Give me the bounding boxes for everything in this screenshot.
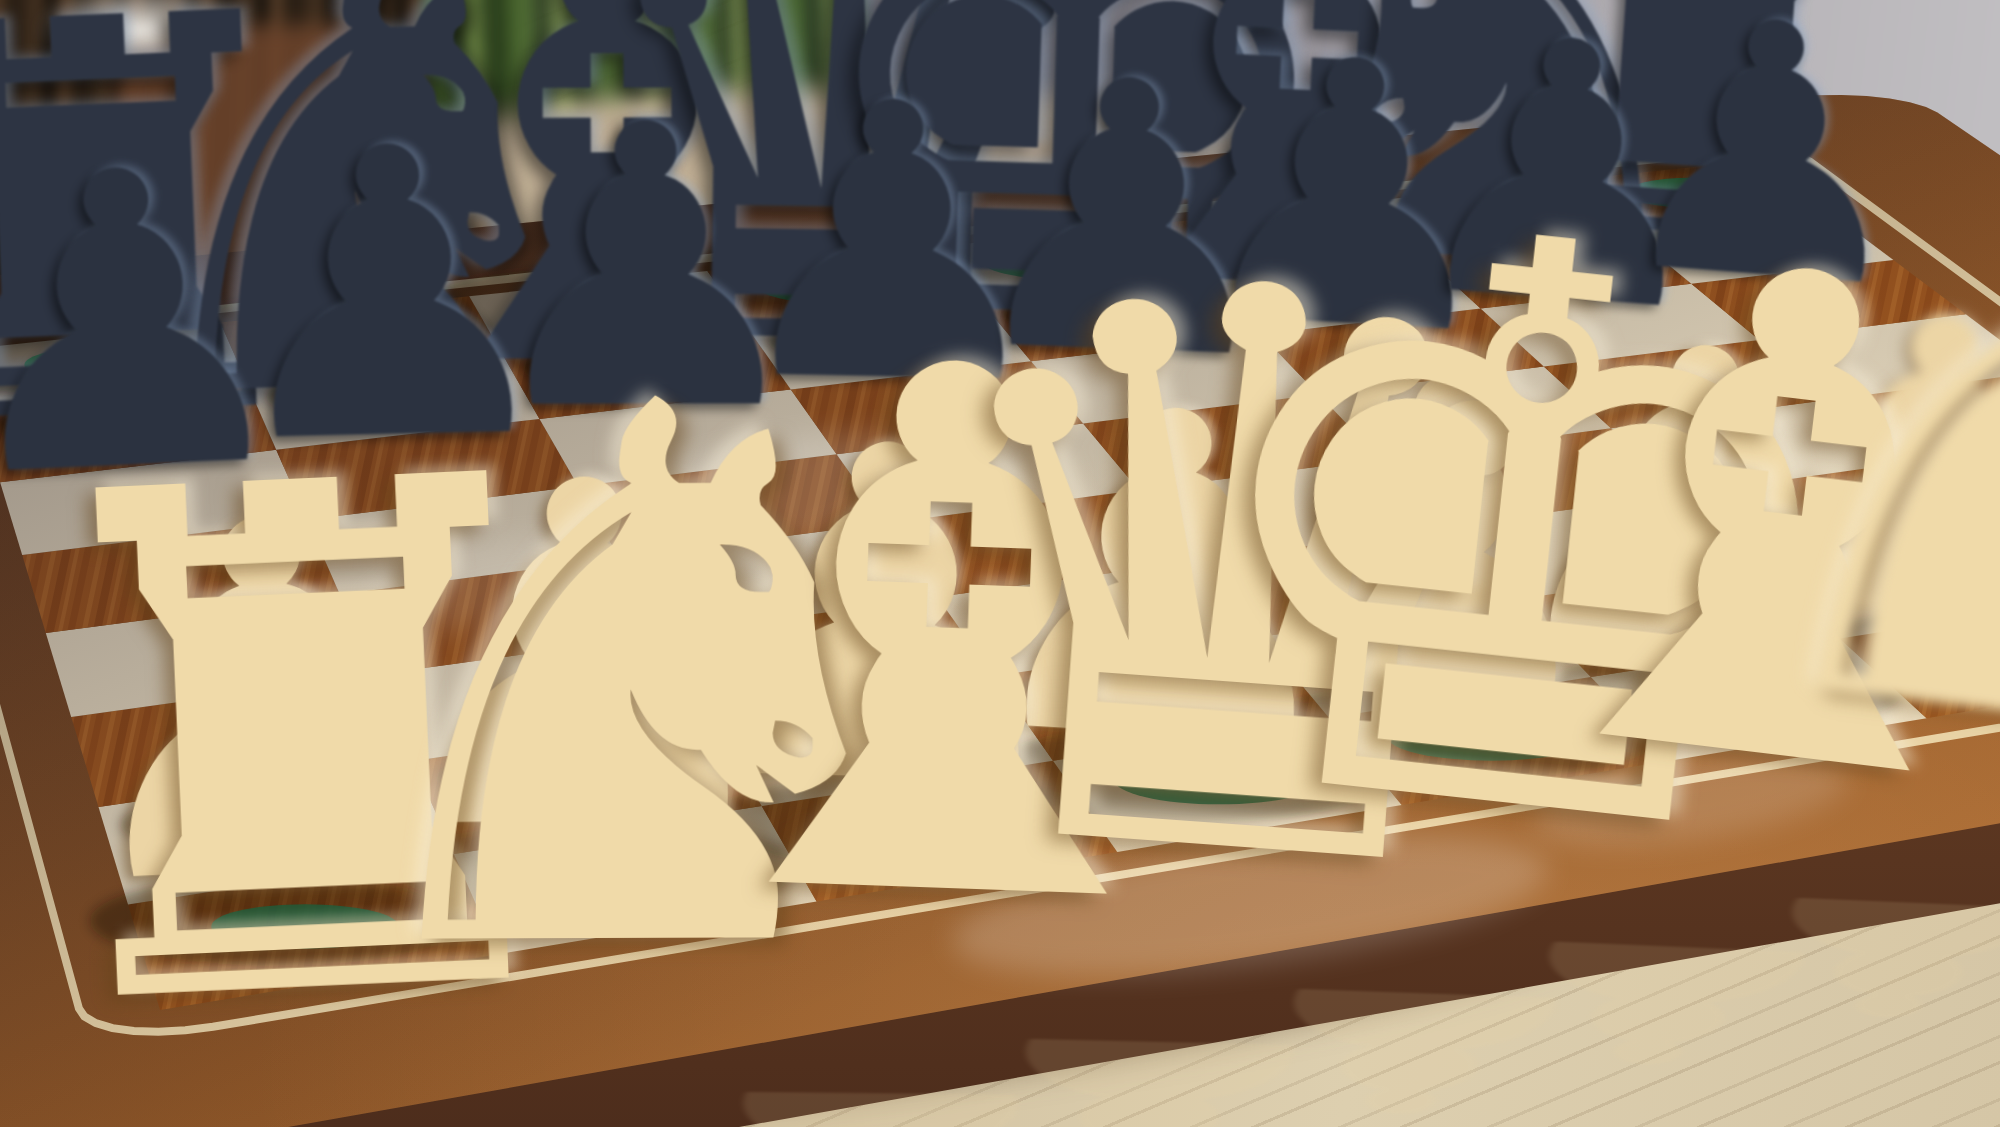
chess-photo: ♜♞♝♛♚♝♞♜♟♟♟♟♟♟♟♟♟♟♟♟♟♟♟♟♟♟♟♟♟♟♟♟♜♜♞♞♝♝♛♛… bbox=[0, 0, 2000, 1127]
chess-board bbox=[0, 0, 2000, 1127]
